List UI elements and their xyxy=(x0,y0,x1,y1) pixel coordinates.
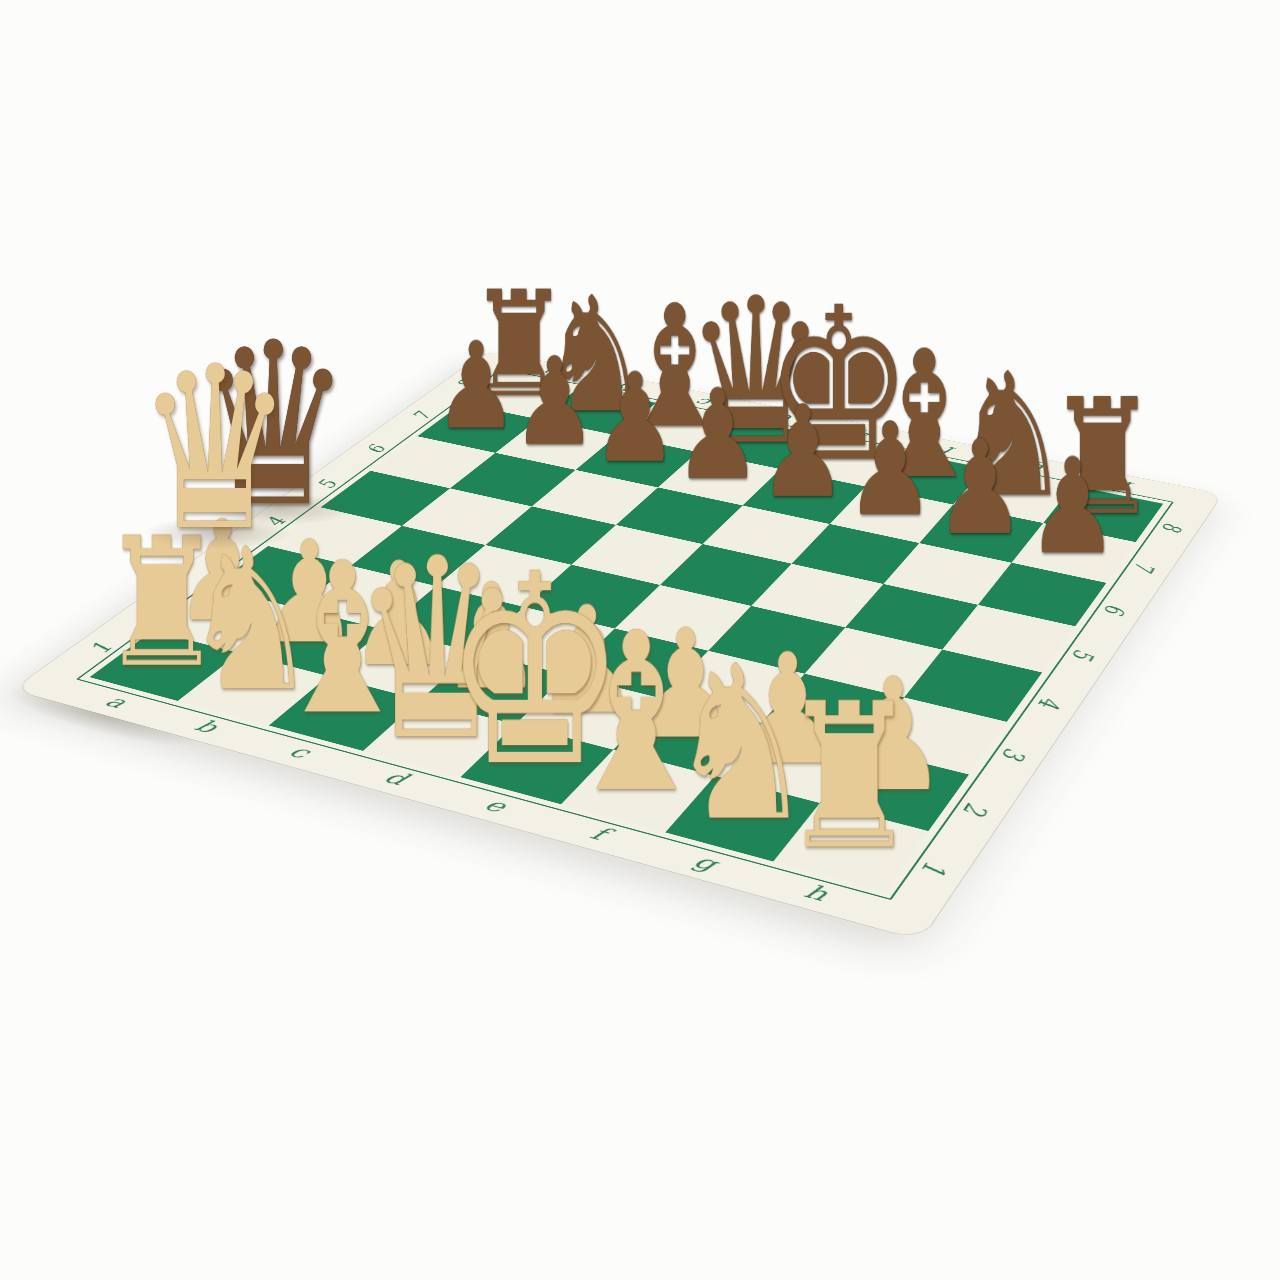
extra-black-queen-shadow xyxy=(205,493,355,525)
rank-label-right-8: 8 xyxy=(1120,508,1227,546)
chessboard: abcdefgh abcdefgh 87654321 87654321 ♜♞♝♛… xyxy=(13,350,1222,940)
board-perspective-wrap: abcdefgh abcdefgh 87654321 87654321 ♜♞♝♛… xyxy=(210,135,1110,1035)
photo-background: Wooden Staunton chess pieces in the stan… xyxy=(0,0,1280,1280)
piece-white-rook-h1[interactable]: ♜ xyxy=(779,677,919,877)
